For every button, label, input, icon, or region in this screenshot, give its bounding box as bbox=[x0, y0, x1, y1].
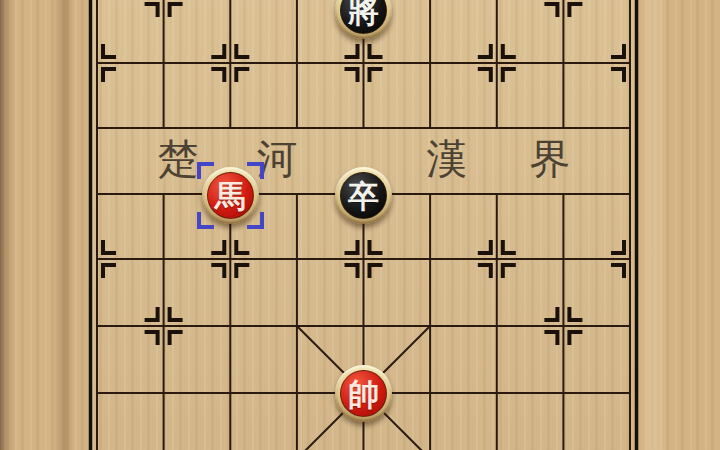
piece-face: 卒 bbox=[340, 172, 387, 219]
river-label-he: 河 bbox=[257, 135, 298, 183]
xiangqi-board[interactable]: 楚 河 漢 界 將馬卒帥 bbox=[0, 0, 720, 450]
piece-red-horse[interactable]: 馬 bbox=[202, 167, 259, 224]
piece-glyph: 卒 bbox=[348, 181, 379, 212]
piece-glyph: 將 bbox=[348, 0, 379, 27]
river-label-chu: 楚 bbox=[158, 135, 199, 183]
piece-face: 馬 bbox=[207, 172, 254, 219]
river-label-jie: 界 bbox=[530, 135, 571, 183]
piece-face: 帥 bbox=[340, 370, 387, 417]
piece-face: 將 bbox=[340, 0, 387, 34]
piece-red-general[interactable]: 帥 bbox=[335, 365, 392, 422]
river-label-han: 漢 bbox=[427, 135, 468, 183]
piece-glyph: 馬 bbox=[215, 181, 246, 212]
piece-black-soldier[interactable]: 卒 bbox=[335, 167, 392, 224]
piece-glyph: 帥 bbox=[348, 379, 379, 410]
